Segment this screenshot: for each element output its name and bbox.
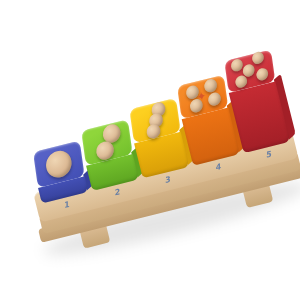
wood-peg[interactable] [235,74,248,89]
base-number-3: 3 [162,174,174,186]
wood-peg[interactable] [230,58,243,73]
wood-peg[interactable] [256,67,269,82]
product-photo: 12345 ✦ [0,0,300,300]
counting-toy: 12345 ✦ [0,0,300,271]
base-number-1: 1 [61,199,73,211]
wood-peg[interactable] [95,139,115,161]
base-number-2: 2 [112,186,124,198]
star-icon: ✦ [196,89,207,103]
wood-peg[interactable] [251,50,264,65]
wood-peg[interactable] [207,91,221,107]
base-number-5: 5 [263,149,275,161]
wood-peg[interactable] [44,148,73,180]
base-number-4: 4 [213,161,225,173]
